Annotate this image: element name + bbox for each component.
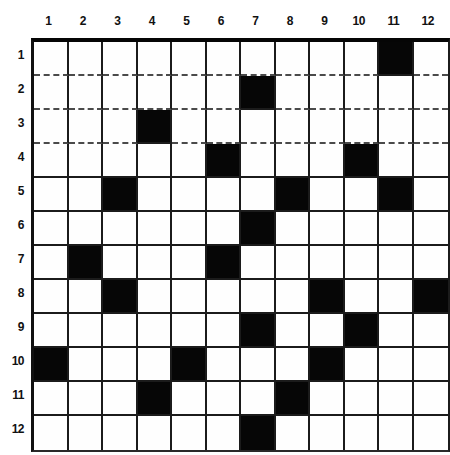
white-cell-r12c8[interactable] [276, 416, 311, 450]
column-label-11: 11 [376, 12, 411, 30]
white-cell-r8c4[interactable] [138, 280, 173, 314]
block-cell-r8c3 [103, 280, 138, 314]
white-cell-r6c9[interactable] [310, 212, 345, 246]
white-cell-r4c4[interactable] [138, 144, 173, 178]
white-cell-r11c7[interactable] [241, 382, 276, 416]
white-cell-r8c7[interactable] [241, 280, 276, 314]
block-cell-r4c6 [207, 144, 242, 178]
white-cell-r4c2[interactable] [69, 144, 104, 178]
white-cell-r10c7[interactable] [241, 348, 276, 382]
white-cell-r1c3[interactable] [103, 42, 138, 76]
block-cell-r6c7 [241, 212, 276, 246]
block-cell-r5c3 [103, 178, 138, 212]
white-cell-r8c11[interactable] [379, 280, 414, 314]
white-cell-r9c3[interactable] [103, 314, 138, 348]
white-cell-r11c3[interactable] [103, 382, 138, 416]
white-cell-r10c2[interactable] [69, 348, 104, 382]
block-cell-r8c12 [414, 280, 449, 314]
column-label-10: 10 [342, 12, 377, 30]
white-cell-r11c5[interactable] [172, 382, 207, 416]
white-cell-r9c2[interactable] [69, 314, 104, 348]
white-cell-r4c1[interactable] [34, 144, 69, 178]
white-cell-r3c5[interactable] [172, 110, 207, 144]
row-label-3: 3 [2, 106, 28, 140]
white-cell-r3c9[interactable] [310, 110, 345, 144]
white-cell-r7c8[interactable] [276, 246, 311, 280]
white-cell-r6c1[interactable] [34, 212, 69, 246]
white-cell-r10c4[interactable] [138, 348, 173, 382]
white-cell-r2c10[interactable] [345, 76, 380, 110]
row-label-7: 7 [2, 242, 28, 276]
white-cell-r6c8[interactable] [276, 212, 311, 246]
white-cell-r12c12[interactable] [414, 416, 449, 450]
white-cell-r2c1[interactable] [34, 76, 69, 110]
white-cell-r3c11[interactable] [379, 110, 414, 144]
white-cell-r5c5[interactable] [172, 178, 207, 212]
white-cell-r5c6[interactable] [207, 178, 242, 212]
row-label-2: 2 [2, 72, 28, 106]
white-cell-r8c2[interactable] [69, 280, 104, 314]
column-label-9: 9 [307, 12, 342, 30]
white-cell-r12c2[interactable] [69, 416, 104, 450]
white-cell-r8c10[interactable] [345, 280, 380, 314]
row-labels: 123456789101112 [2, 38, 28, 446]
white-cell-r7c11[interactable] [379, 246, 414, 280]
white-cell-r9c5[interactable] [172, 314, 207, 348]
white-cell-r3c8[interactable] [276, 110, 311, 144]
block-cell-r7c6 [207, 246, 242, 280]
white-cell-r4c7[interactable] [241, 144, 276, 178]
white-cell-r8c8[interactable] [276, 280, 311, 314]
white-cell-r6c5[interactable] [172, 212, 207, 246]
white-cell-r9c6[interactable] [207, 314, 242, 348]
white-cell-r2c3[interactable] [103, 76, 138, 110]
column-label-12: 12 [411, 12, 446, 30]
white-cell-r2c12[interactable] [414, 76, 449, 110]
white-cell-r4c8[interactable] [276, 144, 311, 178]
white-cell-r7c5[interactable] [172, 246, 207, 280]
row-label-10: 10 [2, 344, 28, 378]
column-label-7: 7 [238, 12, 273, 30]
white-cell-r5c7[interactable] [241, 178, 276, 212]
white-cell-r6c4[interactable] [138, 212, 173, 246]
white-cell-r7c4[interactable] [138, 246, 173, 280]
white-cell-r11c6[interactable] [207, 382, 242, 416]
row-label-5: 5 [2, 174, 28, 208]
row-label-6: 6 [2, 208, 28, 242]
white-cell-r9c9[interactable] [310, 314, 345, 348]
column-label-3: 3 [100, 12, 135, 30]
white-cell-r2c4[interactable] [138, 76, 173, 110]
white-cell-r1c8[interactable] [276, 42, 311, 76]
block-cell-r1c11 [379, 42, 414, 76]
white-cell-r7c10[interactable] [345, 246, 380, 280]
white-cell-r11c1[interactable] [34, 382, 69, 416]
white-cell-r2c5[interactable] [172, 76, 207, 110]
block-cell-r2c7 [241, 76, 276, 110]
white-cell-r12c4[interactable] [138, 416, 173, 450]
white-cell-r1c6[interactable] [207, 42, 242, 76]
white-cell-r2c9[interactable] [310, 76, 345, 110]
column-labels: 123456789101112 [31, 12, 445, 30]
white-cell-r8c1[interactable] [34, 280, 69, 314]
white-cell-r3c1[interactable] [34, 110, 69, 144]
white-cell-r9c11[interactable] [379, 314, 414, 348]
white-cell-r3c10[interactable] [345, 110, 380, 144]
white-cell-r4c12[interactable] [414, 144, 449, 178]
white-cell-r10c8[interactable] [276, 348, 311, 382]
white-cell-r5c4[interactable] [138, 178, 173, 212]
white-cell-r1c12[interactable] [414, 42, 449, 76]
white-cell-r10c6[interactable] [207, 348, 242, 382]
white-cell-r7c1[interactable] [34, 246, 69, 280]
white-cell-r1c1[interactable] [34, 42, 69, 76]
white-cell-r10c10[interactable] [345, 348, 380, 382]
white-cell-r6c10[interactable] [345, 212, 380, 246]
white-cell-r11c10[interactable] [345, 382, 380, 416]
white-cell-r2c6[interactable] [207, 76, 242, 110]
white-cell-r9c12[interactable] [414, 314, 449, 348]
row-label-11: 11 [2, 378, 28, 412]
crossword-diagram: 123456789101112 123456789101112 [0, 0, 450, 455]
white-cell-r1c9[interactable] [310, 42, 345, 76]
white-cell-r4c11[interactable] [379, 144, 414, 178]
white-cell-r1c5[interactable] [172, 42, 207, 76]
white-cell-r5c2[interactable] [69, 178, 104, 212]
white-cell-r12c6[interactable] [207, 416, 242, 450]
crossword-board [31, 38, 450, 452]
white-cell-r9c8[interactable] [276, 314, 311, 348]
white-cell-r1c10[interactable] [345, 42, 380, 76]
white-cell-r11c2[interactable] [69, 382, 104, 416]
row-label-1: 1 [2, 38, 28, 72]
row-label-4: 4 [2, 140, 28, 174]
white-cell-r7c12[interactable] [414, 246, 449, 280]
white-cell-r3c7[interactable] [241, 110, 276, 144]
white-cell-r12c5[interactable] [172, 416, 207, 450]
white-cell-r1c7[interactable] [241, 42, 276, 76]
white-cell-r12c9[interactable] [310, 416, 345, 450]
white-cell-r3c3[interactable] [103, 110, 138, 144]
white-cell-r6c12[interactable] [414, 212, 449, 246]
block-cell-r10c9 [310, 348, 345, 382]
row-label-8: 8 [2, 276, 28, 310]
white-cell-r12c1[interactable] [34, 416, 69, 450]
white-cell-r7c3[interactable] [103, 246, 138, 280]
white-cell-r5c10[interactable] [345, 178, 380, 212]
row-label-12: 12 [2, 412, 28, 446]
white-cell-r2c2[interactable] [69, 76, 104, 110]
row-label-9: 9 [2, 310, 28, 344]
block-cell-r4c10 [345, 144, 380, 178]
white-cell-r6c6[interactable] [207, 212, 242, 246]
white-cell-r12c11[interactable] [379, 416, 414, 450]
column-label-4: 4 [135, 12, 170, 30]
column-label-5: 5 [169, 12, 204, 30]
white-cell-r5c1[interactable] [34, 178, 69, 212]
white-cell-r7c7[interactable] [241, 246, 276, 280]
white-cell-r11c11[interactable] [379, 382, 414, 416]
white-cell-r9c4[interactable] [138, 314, 173, 348]
block-cell-r10c1 [34, 348, 69, 382]
column-label-1: 1 [31, 12, 66, 30]
block-cell-r8c9 [310, 280, 345, 314]
white-cell-r3c12[interactable] [414, 110, 449, 144]
white-cell-r4c3[interactable] [103, 144, 138, 178]
white-cell-r1c2[interactable] [69, 42, 104, 76]
white-cell-r6c11[interactable] [379, 212, 414, 246]
white-cell-r11c12[interactable] [414, 382, 449, 416]
block-cell-r11c8 [276, 382, 311, 416]
column-label-6: 6 [204, 12, 239, 30]
block-cell-r5c8 [276, 178, 311, 212]
white-cell-r3c6[interactable] [207, 110, 242, 144]
white-cell-r10c12[interactable] [414, 348, 449, 382]
white-cell-r2c11[interactable] [379, 76, 414, 110]
block-cell-r5c11 [379, 178, 414, 212]
white-cell-r4c9[interactable] [310, 144, 345, 178]
white-cell-r10c3[interactable] [103, 348, 138, 382]
block-cell-r12c7 [241, 416, 276, 450]
column-label-2: 2 [66, 12, 101, 30]
white-cell-r12c10[interactable] [345, 416, 380, 450]
block-cell-r10c5 [172, 348, 207, 382]
block-cell-r3c4 [138, 110, 173, 144]
white-cell-r5c12[interactable] [414, 178, 449, 212]
white-cell-r8c5[interactable] [172, 280, 207, 314]
white-cell-r5c9[interactable] [310, 178, 345, 212]
white-cell-r4c5[interactable] [172, 144, 207, 178]
white-cell-r9c1[interactable] [34, 314, 69, 348]
white-cell-r10c11[interactable] [379, 348, 414, 382]
block-cell-r9c10 [345, 314, 380, 348]
white-cell-r12c3[interactable] [103, 416, 138, 450]
white-cell-r2c8[interactable] [276, 76, 311, 110]
block-cell-r9c7 [241, 314, 276, 348]
column-label-8: 8 [273, 12, 308, 30]
white-cell-r6c3[interactable] [103, 212, 138, 246]
white-cell-r1c4[interactable] [138, 42, 173, 76]
block-cell-r11c4 [138, 382, 173, 416]
block-cell-r7c2 [69, 246, 104, 280]
white-cell-r8c6[interactable] [207, 280, 242, 314]
white-cell-r7c9[interactable] [310, 246, 345, 280]
white-cell-r6c2[interactable] [69, 212, 104, 246]
white-cell-r11c9[interactable] [310, 382, 345, 416]
white-cell-r3c2[interactable] [69, 110, 104, 144]
